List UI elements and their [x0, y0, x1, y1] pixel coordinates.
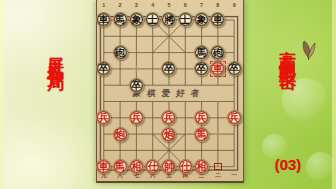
- left-edge-glow: [0, 0, 4, 189]
- piece-black-士-r1c6[interactable]: 士: [178, 12, 193, 27]
- piece-red-兵-r7c1[interactable]: 兵: [96, 110, 111, 125]
- piece-red-相-r10c3[interactable]: 相: [129, 159, 144, 174]
- piece-grid[interactable]: 車馬象士將士象車砲馬砲卒卒卒車卒卒兵兵兵兵兵炮炮馬車馬相仕帥仕相: [96, 12, 243, 175]
- piece-red-兵-r7c5[interactable]: 兵: [161, 110, 176, 125]
- piece-black-卒-r5c3[interactable]: 卒: [129, 78, 144, 93]
- piece-red-仕-r10c6[interactable]: 仕: [178, 159, 193, 174]
- piece-red-炮-r8c2[interactable]: 炮: [113, 127, 128, 142]
- piece-red-相-r10c7[interactable]: 相: [194, 159, 209, 174]
- piece-red-兵-r7c9[interactable]: 兵: [227, 110, 242, 125]
- piece-red-仕-r10c4[interactable]: 仕: [145, 159, 160, 174]
- xiangqi-board: 123456789 九八七六五四三二一 象棋爱好者 車馬象士將士象車砲馬砲卒卒卒…: [96, 0, 244, 183]
- piece-black-車-r1c8[interactable]: 車: [210, 12, 225, 27]
- right-edge-glow: [332, 0, 336, 189]
- piece-black-卒-r4c7[interactable]: 卒: [194, 61, 209, 76]
- piece-black-卒-r4c5[interactable]: 卒: [161, 61, 176, 76]
- piece-red-帥-r10c5[interactable]: 帥: [161, 159, 176, 174]
- piece-red-兵-r7c3[interactable]: 兵: [129, 110, 144, 125]
- piece-red-車-r10c1[interactable]: 車: [96, 159, 111, 174]
- piece-black-象-r1c7[interactable]: 象: [194, 12, 209, 27]
- video-frame: 屏风马开局 高右炮的反击 (03) 123456789 九八七六五四三二一 象棋…: [0, 0, 336, 189]
- piece-black-砲-r3c2[interactable]: 砲: [113, 45, 128, 60]
- last-move-origin-marker: [214, 163, 222, 171]
- piece-black-馬-r3c7[interactable]: 馬: [194, 45, 209, 60]
- piece-black-馬-r1c2[interactable]: 馬: [113, 12, 128, 27]
- butterfly-icon: [299, 37, 317, 61]
- piece-red-馬-r10c2[interactable]: 馬: [113, 159, 128, 174]
- piece-red-炮-r8c5[interactable]: 炮: [161, 127, 176, 142]
- left-caption: 屏风马开局: [47, 44, 64, 67]
- piece-black-砲-r3c8[interactable]: 砲: [210, 45, 225, 60]
- piece-black-將-r1c5[interactable]: 將: [161, 12, 176, 27]
- piece-black-卒-r4c1[interactable]: 卒: [96, 61, 111, 76]
- right-caption: 高右炮的反击: [279, 37, 296, 64]
- piece-red-馬-r8c7[interactable]: 馬: [194, 127, 209, 142]
- piece-black-象-r1c3[interactable]: 象: [129, 12, 144, 27]
- piece-black-車-r1c1[interactable]: 車: [96, 12, 111, 27]
- bubble-decor: [282, 78, 328, 122]
- piece-black-卒-r4c9[interactable]: 卒: [227, 61, 242, 76]
- piece-red-兵-r7c7[interactable]: 兵: [194, 110, 209, 125]
- piece-black-士-r1c4[interactable]: 士: [145, 12, 160, 27]
- right-caption-number: (03): [258, 156, 318, 173]
